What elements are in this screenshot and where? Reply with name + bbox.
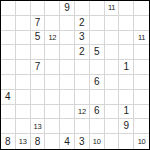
empty-cell-r1c0[interactable] — [1, 16, 16, 31]
puzzle-board: 9117251231125716412611398138431010 — [0, 0, 150, 150]
empty-cell-r4c4[interactable] — [60, 60, 75, 75]
clue-cell-r9c2: 8 — [31, 134, 46, 149]
empty-cell-r8c3[interactable] — [45, 119, 60, 134]
empty-cell-r1c7[interactable] — [105, 16, 120, 31]
empty-cell-r2c4[interactable] — [60, 31, 75, 46]
empty-cell-r2c7[interactable] — [105, 31, 120, 46]
empty-cell-r7c3[interactable] — [45, 105, 60, 120]
empty-cell-r5c0[interactable] — [1, 75, 16, 90]
empty-cell-r5c8[interactable] — [119, 75, 134, 90]
empty-cell-r8c5[interactable] — [75, 119, 90, 134]
clue-cell-r9c5: 3 — [75, 134, 90, 149]
clue-cell-r9c6: 10 — [90, 134, 105, 149]
clue-cell-r4c2: 7 — [31, 60, 46, 75]
empty-cell-r6c3[interactable] — [45, 90, 60, 105]
clue-cell-r7c8: 1 — [119, 105, 134, 120]
empty-cell-r7c9[interactable] — [134, 105, 149, 120]
empty-cell-r5c4[interactable] — [60, 75, 75, 90]
clue-cell-r0c4: 9 — [60, 1, 75, 16]
empty-cell-r7c2[interactable] — [31, 105, 46, 120]
empty-cell-r5c2[interactable] — [31, 75, 46, 90]
empty-cell-r7c1[interactable] — [16, 105, 31, 120]
empty-cell-r1c8[interactable] — [119, 16, 134, 31]
empty-cell-r3c9[interactable] — [134, 45, 149, 60]
empty-cell-r8c9[interactable] — [134, 119, 149, 134]
clue-cell-r3c5: 2 — [75, 45, 90, 60]
empty-cell-r8c0[interactable] — [1, 119, 16, 134]
empty-cell-r4c0[interactable] — [1, 60, 16, 75]
empty-cell-r3c8[interactable] — [119, 45, 134, 60]
empty-cell-r8c4[interactable] — [60, 119, 75, 134]
clue-cell-r2c5: 3 — [75, 31, 90, 46]
clue-cell-r9c0: 8 — [1, 134, 16, 149]
empty-cell-r4c7[interactable] — [105, 60, 120, 75]
empty-cell-r0c5[interactable] — [75, 1, 90, 16]
empty-cell-r1c4[interactable] — [60, 16, 75, 31]
empty-cell-r6c9[interactable] — [134, 90, 149, 105]
empty-cell-r6c4[interactable] — [60, 90, 75, 105]
empty-cell-r0c1[interactable] — [16, 1, 31, 16]
empty-cell-r4c1[interactable] — [16, 60, 31, 75]
empty-cell-r5c9[interactable] — [134, 75, 149, 90]
clue-cell-r7c5: 12 — [75, 105, 90, 120]
empty-cell-r0c2[interactable] — [31, 1, 46, 16]
empty-cell-r2c8[interactable] — [119, 31, 134, 46]
empty-cell-r8c6[interactable] — [90, 119, 105, 134]
empty-cell-r6c5[interactable] — [75, 90, 90, 105]
empty-cell-r5c7[interactable] — [105, 75, 120, 90]
empty-cell-r1c9[interactable] — [134, 16, 149, 31]
clue-cell-r4c8: 1 — [119, 60, 134, 75]
empty-cell-r0c9[interactable] — [134, 1, 149, 16]
empty-cell-r0c0[interactable] — [1, 1, 16, 16]
empty-cell-r4c3[interactable] — [45, 60, 60, 75]
empty-cell-r6c7[interactable] — [105, 90, 120, 105]
clue-cell-r2c9: 11 — [134, 31, 149, 46]
empty-cell-r6c2[interactable] — [31, 90, 46, 105]
clue-cell-r2c3: 12 — [45, 31, 60, 46]
empty-cell-r9c8[interactable] — [119, 134, 134, 149]
empty-cell-r3c4[interactable] — [60, 45, 75, 60]
clue-cell-r1c2: 7 — [31, 16, 46, 31]
clue-cell-r8c8: 9 — [119, 119, 134, 134]
empty-cell-r0c8[interactable] — [119, 1, 134, 16]
empty-cell-r8c7[interactable] — [105, 119, 120, 134]
empty-cell-r8c1[interactable] — [16, 119, 31, 134]
empty-cell-r1c1[interactable] — [16, 16, 31, 31]
empty-cell-r7c0[interactable] — [1, 105, 16, 120]
clue-cell-r8c2: 13 — [31, 119, 46, 134]
empty-cell-r2c0[interactable] — [1, 31, 16, 46]
clue-cell-r7c6: 6 — [90, 105, 105, 120]
empty-cell-r3c0[interactable] — [1, 45, 16, 60]
empty-cell-r3c3[interactable] — [45, 45, 60, 60]
empty-cell-r4c9[interactable] — [134, 60, 149, 75]
empty-cell-r0c3[interactable] — [45, 1, 60, 16]
empty-cell-r4c5[interactable] — [75, 60, 90, 75]
empty-cell-r5c1[interactable] — [16, 75, 31, 90]
clue-cell-r9c9: 10 — [134, 134, 149, 149]
empty-cell-r4c6[interactable] — [90, 60, 105, 75]
empty-cell-r9c7[interactable] — [105, 134, 120, 149]
empty-cell-r1c3[interactable] — [45, 16, 60, 31]
clue-cell-r3c6: 5 — [90, 45, 105, 60]
clue-cell-r0c7: 11 — [105, 1, 120, 16]
empty-cell-r3c7[interactable] — [105, 45, 120, 60]
empty-cell-r2c1[interactable] — [16, 31, 31, 46]
empty-cell-r2c6[interactable] — [90, 31, 105, 46]
clue-cell-r6c0: 4 — [1, 90, 16, 105]
empty-cell-r6c8[interactable] — [119, 90, 134, 105]
empty-cell-r3c1[interactable] — [16, 45, 31, 60]
empty-cell-r7c4[interactable] — [60, 105, 75, 120]
clue-cell-r5c6: 6 — [90, 75, 105, 90]
empty-cell-r6c1[interactable] — [16, 90, 31, 105]
empty-cell-r1c6[interactable] — [90, 16, 105, 31]
clue-cell-r2c2: 5 — [31, 31, 46, 46]
empty-cell-r9c3[interactable] — [45, 134, 60, 149]
clue-cell-r9c4: 4 — [60, 134, 75, 149]
empty-cell-r5c3[interactable] — [45, 75, 60, 90]
empty-cell-r6c6[interactable] — [90, 90, 105, 105]
empty-cell-r5c5[interactable] — [75, 75, 90, 90]
clue-cell-r1c5: 2 — [75, 16, 90, 31]
empty-cell-r0c6[interactable] — [90, 1, 105, 16]
empty-cell-r7c7[interactable] — [105, 105, 120, 120]
clue-cell-r9c1: 13 — [16, 134, 31, 149]
empty-cell-r3c2[interactable] — [31, 45, 46, 60]
